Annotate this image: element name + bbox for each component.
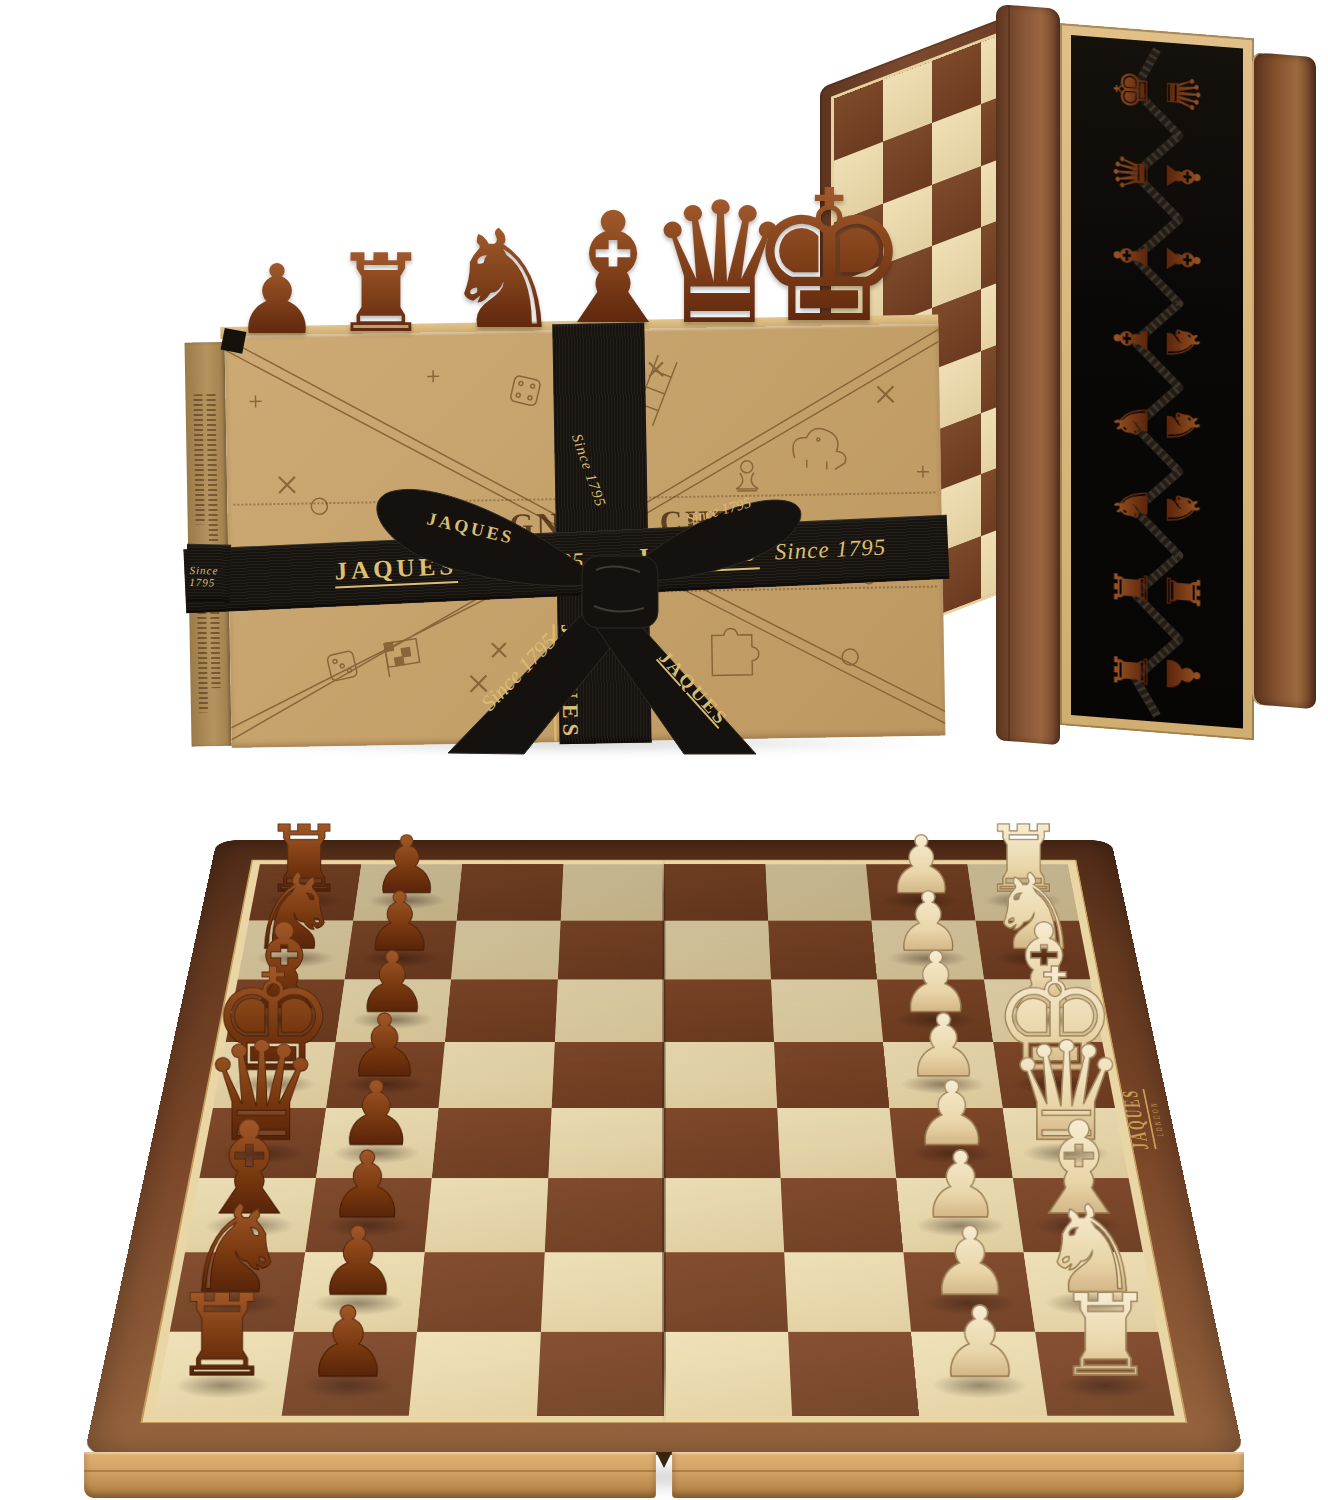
stored-bishop: ♝	[1108, 233, 1154, 278]
stored-rook: ♜	[1108, 565, 1154, 610]
square[interactable]	[774, 1042, 890, 1108]
stored-bishop: ♝	[1160, 237, 1206, 282]
stored-rook: ♜	[1160, 569, 1206, 614]
square[interactable]	[451, 920, 560, 979]
square[interactable]	[664, 979, 774, 1041]
main-board-3d: ♜♟♟♜♞♟♟♞♝♟♟♝♚♟♟♚♛♟♟♛♝♟♟♝♞♟♟♞♜♟♟♜ JAQUES …	[84, 840, 1244, 1455]
square[interactable]	[780, 1178, 903, 1252]
square[interactable]	[554, 979, 664, 1041]
square[interactable]	[664, 1252, 788, 1331]
stored-knight: ♞	[1160, 320, 1206, 365]
stored-bishop: ♝	[1160, 154, 1206, 199]
board-frame: ♜♟♟♜♞♟♟♞♝♟♟♝♚♟♟♚♛♟♟♛♝♟♟♝♞♟♟♞♜♟♟♜ JAQUES …	[84, 840, 1244, 1455]
storage-tray: ♚♛♛♝♝♝♝♞♞♞♞♞♜♜♜♟	[1060, 23, 1254, 740]
square[interactable]	[417, 1252, 544, 1331]
square[interactable]	[432, 1108, 552, 1178]
stored-knight: ♞	[1160, 486, 1206, 531]
square[interactable]	[765, 864, 871, 920]
square[interactable]	[409, 1331, 541, 1415]
square[interactable]	[768, 920, 877, 979]
black-rook[interactable]: ♜	[171, 1284, 272, 1388]
board-edge-left-half	[84, 1452, 656, 1498]
folded-board-spine	[996, 4, 1060, 745]
square[interactable]	[788, 1331, 920, 1415]
door-outer-frame	[1252, 52, 1316, 709]
square[interactable]	[664, 864, 768, 920]
square[interactable]	[771, 979, 884, 1041]
stored-queen: ♛	[1108, 150, 1154, 195]
board-fold-seam	[662, 859, 666, 1425]
square[interactable]	[784, 1252, 911, 1331]
square[interactable]	[457, 864, 563, 920]
square[interactable]	[664, 920, 771, 979]
stored-knight: ♞	[1108, 399, 1154, 444]
stored-king: ♚	[1108, 67, 1154, 112]
square[interactable]	[548, 1108, 664, 1178]
elastic-cord	[1071, 35, 1243, 729]
square[interactable]	[425, 1178, 548, 1252]
board-edge-right-half	[672, 1452, 1244, 1498]
square[interactable]: ♜	[154, 1331, 294, 1415]
square[interactable]: ♟	[281, 1331, 417, 1415]
black-king: ♚	[747, 166, 910, 348]
ribbon-bow-icon: JAQUES Since 1795 Since 1795 JAQUES	[352, 420, 822, 755]
square[interactable]	[536, 1331, 664, 1415]
square[interactable]	[777, 1108, 897, 1178]
ribbon-script-text: Since 1795	[189, 564, 230, 589]
square[interactable]	[551, 1042, 664, 1108]
square[interactable]	[445, 979, 558, 1041]
black-pawn[interactable]: ♟	[305, 1298, 392, 1388]
white-pawn[interactable]: ♟	[936, 1298, 1023, 1388]
stored-rook: ♜	[1108, 648, 1154, 693]
square[interactable]	[560, 864, 664, 920]
storage-felt: ♚♛♛♝♝♝♝♞♞♞♞♞♜♜♜♟	[1071, 35, 1243, 729]
black-pawn: ♟	[234, 252, 320, 348]
stored-knight: ♞	[1160, 403, 1206, 448]
square[interactable]	[544, 1178, 664, 1252]
stored-queen: ♛	[1160, 71, 1206, 116]
black-rook: ♜	[333, 240, 430, 348]
folded-board-door: ♚♛♛♝♝♝♝♞♞♞♞♞♜♜♜♟	[996, 4, 1318, 771]
square[interactable]	[664, 1042, 777, 1108]
product-scene: ♚♛♛♝♝♝♝♞♞♞♞♞♜♜♜♟	[0, 0, 1328, 1500]
square[interactable]	[664, 1178, 784, 1252]
square[interactable]	[664, 1108, 780, 1178]
square[interactable]: ♟	[911, 1331, 1047, 1415]
square[interactable]	[557, 920, 664, 979]
stored-bishop: ♝	[1108, 316, 1154, 361]
stored-pawn: ♟	[1160, 652, 1206, 697]
square[interactable]	[540, 1252, 664, 1331]
square[interactable]	[438, 1042, 554, 1108]
stored-knight: ♞	[1108, 482, 1154, 527]
ribbon-side-band: Since 1795	[186, 544, 231, 603]
white-rook[interactable]: ♜	[1055, 1284, 1156, 1388]
square[interactable]: ♜	[1035, 1331, 1175, 1415]
square[interactable]	[664, 1331, 792, 1415]
